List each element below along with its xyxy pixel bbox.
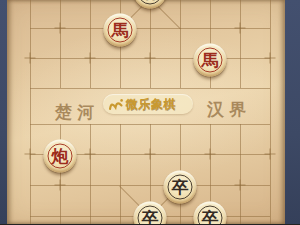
point-marker <box>145 53 156 64</box>
grid-line <box>30 124 31 224</box>
piece-character: 炮 <box>44 140 77 173</box>
grid-line <box>30 0 31 88</box>
grid-line <box>240 0 241 88</box>
grid-line <box>30 88 31 124</box>
grid-line <box>150 0 151 88</box>
point-marker <box>85 149 96 160</box>
river-label-chu-he: 楚河 <box>55 101 99 124</box>
point-marker <box>145 149 156 160</box>
point-marker <box>85 53 96 64</box>
app-watermark: 微乐象棋 <box>103 94 193 114</box>
point-marker <box>235 23 246 34</box>
point-marker <box>25 149 36 160</box>
wele-bird-logo-icon <box>108 97 124 112</box>
piece-red-馬[interactable]: 馬 <box>104 14 137 47</box>
point-marker <box>205 149 216 160</box>
point-marker <box>55 180 66 191</box>
grid-line <box>30 88 270 89</box>
grid-line <box>270 0 271 88</box>
xiangqi-app-screenshot: 楚河 汉界 微乐象棋 將馬馬炮卒卒卒 <box>0 0 300 224</box>
grid-line <box>90 124 91 224</box>
point-marker <box>25 53 36 64</box>
grid-line <box>180 0 181 88</box>
grid-line <box>60 0 61 88</box>
grid-line <box>90 0 91 88</box>
grid-line <box>270 124 271 224</box>
piece-character: 卒 <box>194 202 227 225</box>
piece-character: 卒 <box>134 202 167 225</box>
grid-line <box>240 124 241 224</box>
point-marker <box>265 53 276 64</box>
piece-black-卒[interactable]: 卒 <box>164 171 197 204</box>
piece-character: 馬 <box>104 14 137 47</box>
piece-red-馬[interactable]: 馬 <box>194 44 227 77</box>
piece-character: 卒 <box>164 171 197 204</box>
piece-character: 將 <box>134 0 167 9</box>
river-label-han-jie: 汉界 <box>207 98 251 121</box>
piece-black-將[interactable]: 將 <box>134 0 167 9</box>
point-marker <box>55 23 66 34</box>
piece-black-卒[interactable]: 卒 <box>194 202 227 225</box>
piece-character: 馬 <box>194 44 227 77</box>
grid-line <box>270 88 271 124</box>
point-marker <box>265 149 276 160</box>
piece-red-炮[interactable]: 炮 <box>44 140 77 173</box>
grid-line <box>120 124 121 224</box>
point-marker <box>235 180 246 191</box>
app-watermark-text: 微乐象棋 <box>126 94 176 114</box>
piece-black-卒[interactable]: 卒 <box>134 202 167 225</box>
